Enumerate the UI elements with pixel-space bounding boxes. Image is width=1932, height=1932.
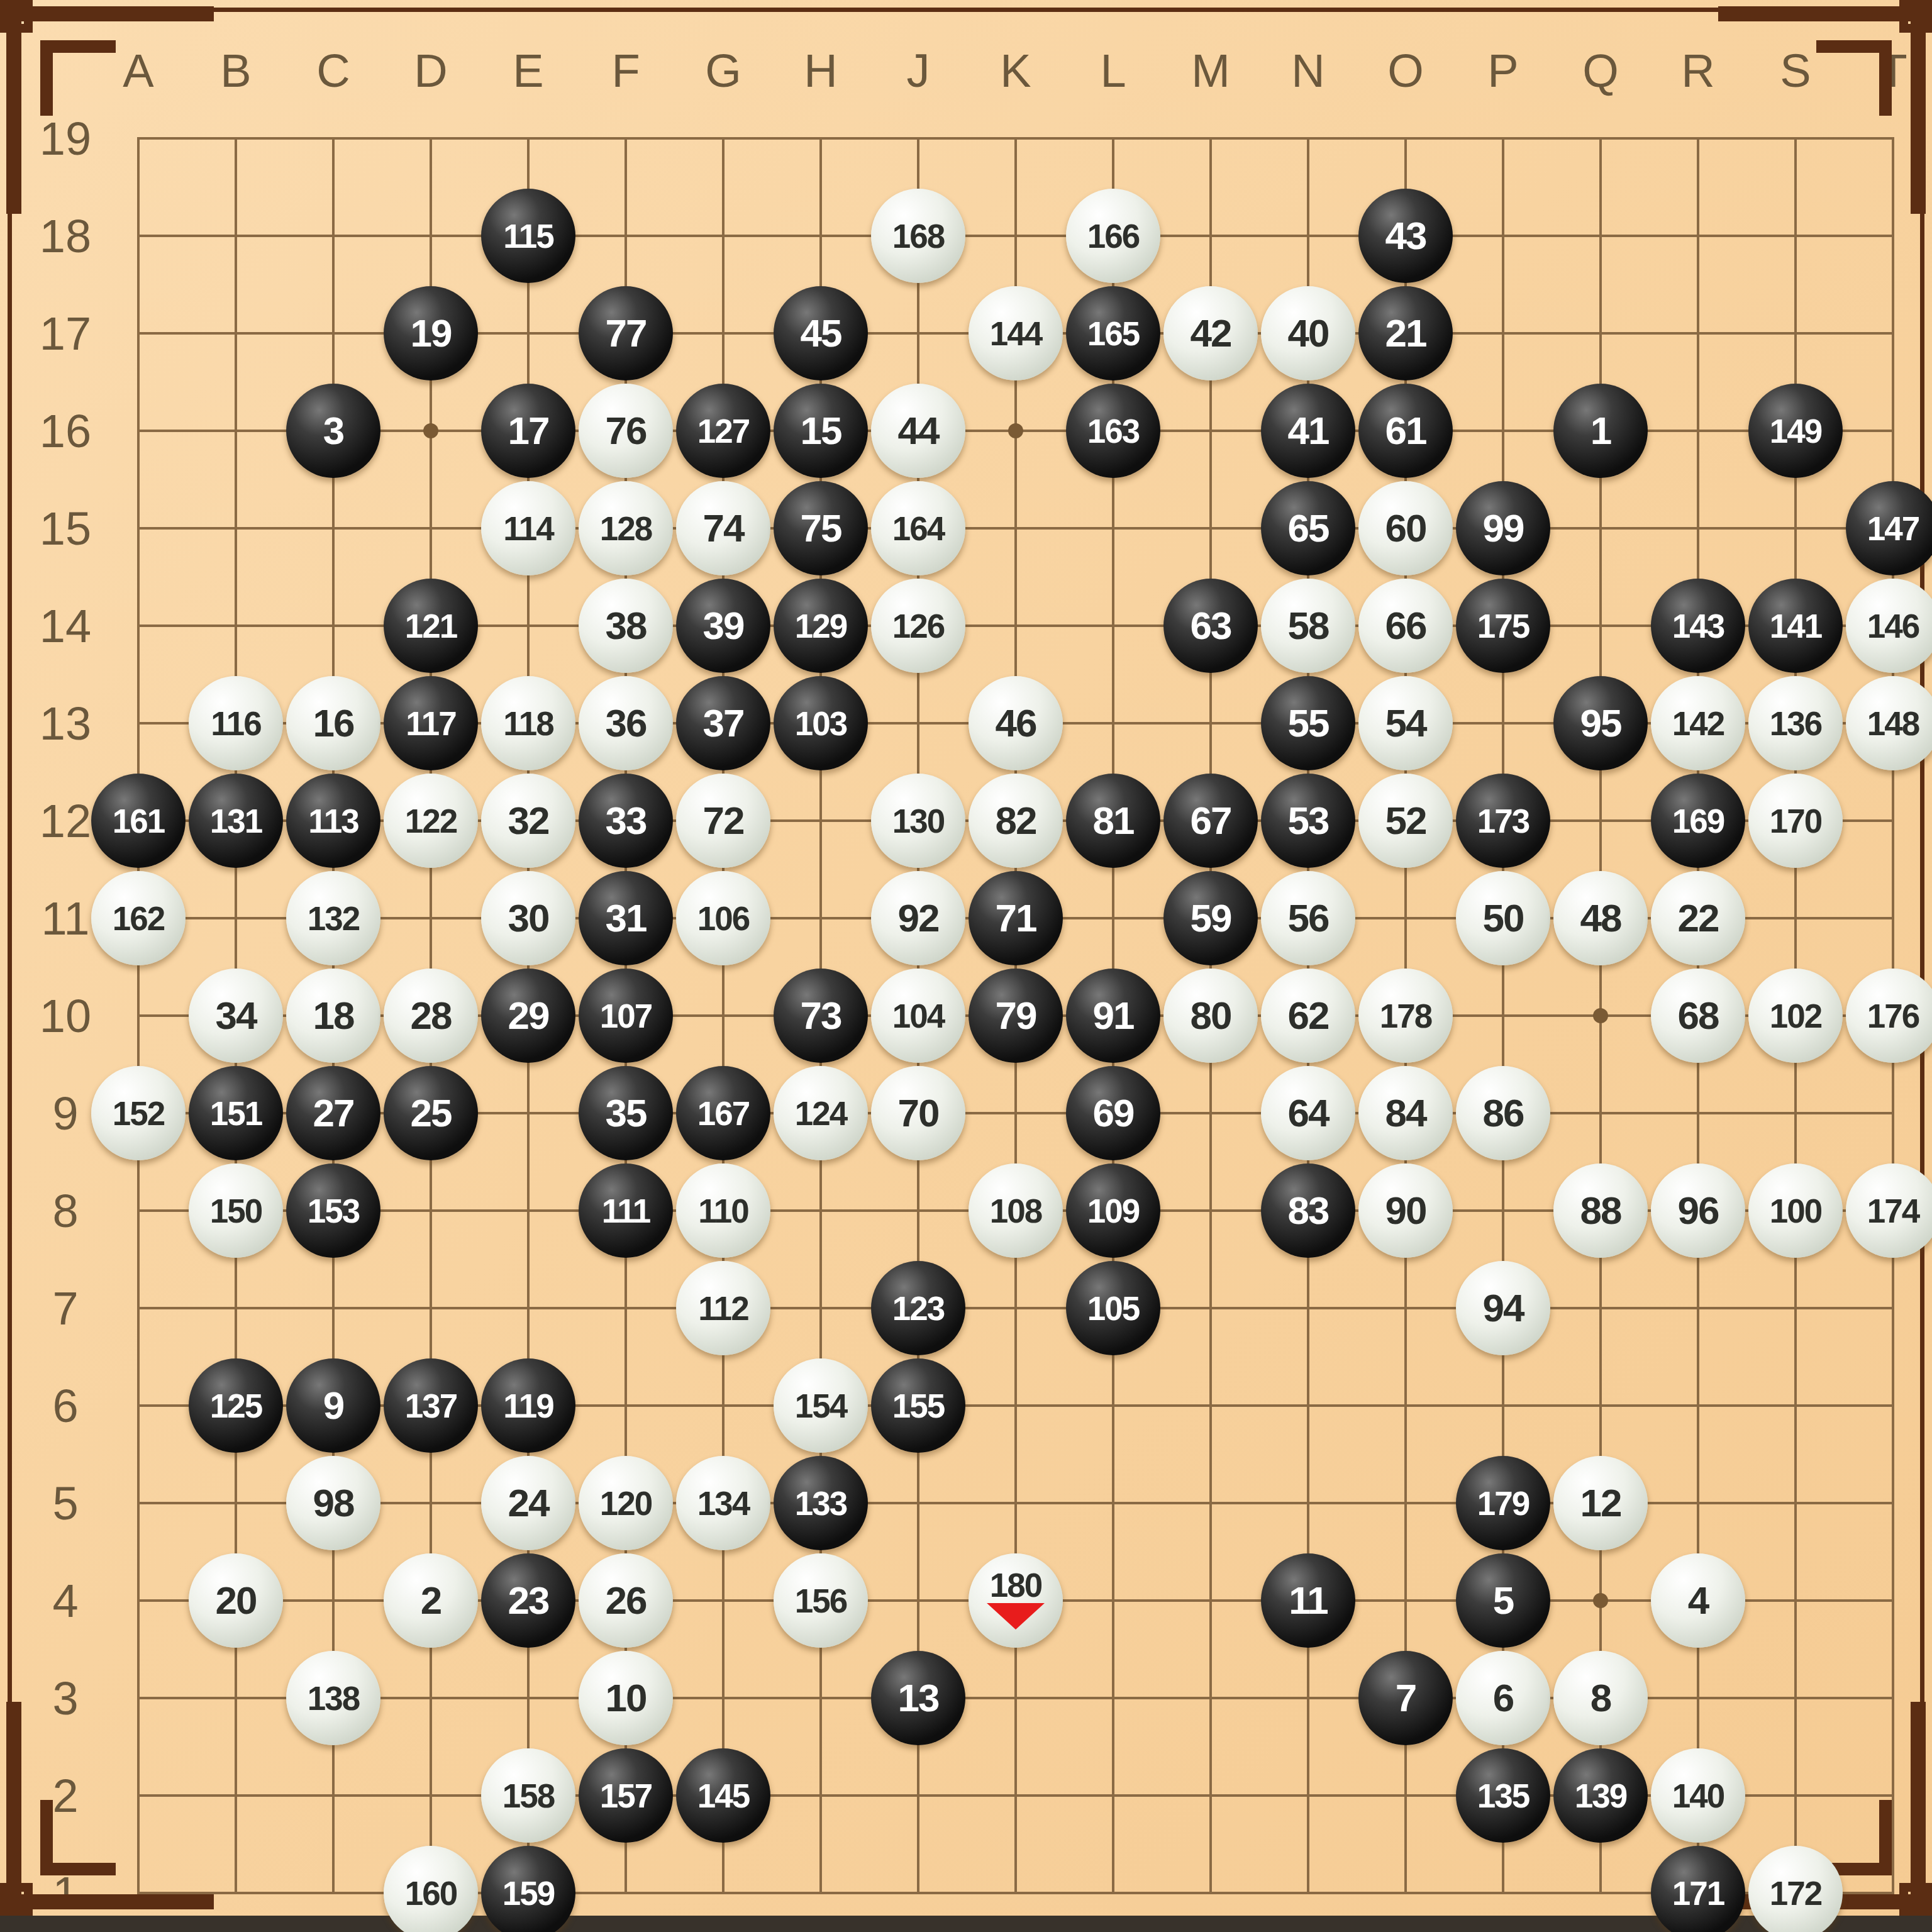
row-label: 2	[52, 1769, 78, 1823]
white-stone-J15: 164	[871, 481, 965, 575]
black-stone-P5: 179	[1456, 1456, 1550, 1550]
move-number: 2	[421, 1581, 441, 1620]
row-label: 5	[52, 1477, 78, 1530]
move-number: 21	[1385, 314, 1426, 353]
move-number: 160	[405, 1877, 457, 1910]
column-label: S	[1780, 44, 1811, 97]
black-stone-P14: 175	[1456, 579, 1550, 673]
white-stone-R8: 96	[1651, 1163, 1745, 1258]
white-stone-A9: 152	[91, 1066, 186, 1160]
black-stone-F11: 31	[579, 871, 673, 965]
black-stone-O18: 43	[1358, 189, 1453, 283]
column-label: O	[1387, 44, 1424, 97]
black-stone-F17: 77	[579, 286, 673, 380]
row-label: 4	[52, 1574, 78, 1628]
black-stone-E16: 17	[481, 384, 575, 478]
white-stone-G8: 110	[676, 1163, 770, 1258]
move-number: 150	[210, 1194, 262, 1228]
star-point	[1008, 423, 1023, 438]
move-number: 94	[1483, 1289, 1524, 1328]
move-number: 8	[1591, 1679, 1611, 1718]
move-number: 39	[703, 606, 744, 645]
row-label: 19	[40, 112, 91, 165]
white-stone-G7: 112	[676, 1261, 770, 1355]
move-number: 138	[308, 1682, 359, 1715]
move-number: 37	[703, 704, 744, 743]
move-number: 17	[508, 411, 549, 450]
column-label: M	[1191, 44, 1230, 97]
column-label: B	[220, 44, 251, 97]
white-stone-P3: 6	[1456, 1651, 1550, 1745]
star-point	[1593, 1593, 1608, 1608]
move-number: 180	[990, 1568, 1041, 1602]
move-number: 143	[1672, 609, 1724, 643]
column-label: F	[611, 44, 640, 97]
white-stone-N11: 56	[1261, 871, 1355, 965]
move-number: 134	[697, 1487, 749, 1520]
column-label: C	[316, 44, 350, 97]
black-stone-D6: 137	[384, 1358, 478, 1453]
move-number: 61	[1385, 411, 1426, 450]
move-number: 107	[600, 999, 652, 1033]
move-number: 105	[1087, 1292, 1139, 1325]
move-number: 159	[502, 1877, 554, 1910]
move-number: 29	[508, 996, 549, 1035]
white-stone-R4: 4	[1651, 1553, 1745, 1648]
black-stone-C8: 153	[286, 1163, 380, 1258]
move-number: 68	[1678, 996, 1719, 1035]
move-number: 7	[1396, 1679, 1416, 1718]
black-stone-P2: 135	[1456, 1748, 1550, 1843]
black-stone-P15: 99	[1456, 481, 1550, 575]
move-number: 141	[1770, 609, 1821, 643]
black-stone-Q2: 139	[1553, 1748, 1648, 1843]
move-number: 86	[1483, 1094, 1524, 1133]
black-stone-N12: 53	[1261, 774, 1355, 868]
move-number: 5	[1493, 1581, 1513, 1620]
move-number: 161	[113, 804, 164, 838]
move-number: 148	[1867, 707, 1919, 740]
move-number: 63	[1191, 606, 1231, 645]
move-number: 77	[606, 314, 647, 353]
move-number: 84	[1385, 1094, 1426, 1133]
move-number: 113	[308, 804, 358, 838]
row-label: 3	[52, 1672, 78, 1725]
white-stone-B8: 150	[189, 1163, 283, 1258]
move-number: 73	[801, 996, 841, 1035]
move-number: 66	[1385, 606, 1426, 645]
move-number: 30	[508, 899, 549, 938]
white-stone-R10: 68	[1651, 969, 1745, 1063]
white-stone-R11: 22	[1651, 871, 1745, 965]
black-stone-C9: 27	[286, 1066, 380, 1160]
black-stone-O16: 61	[1358, 384, 1453, 478]
move-number: 67	[1191, 801, 1231, 840]
row-label: 9	[52, 1087, 78, 1140]
black-stone-D9: 25	[384, 1066, 478, 1160]
move-number: 157	[600, 1779, 652, 1813]
black-stone-E6: 119	[481, 1358, 575, 1453]
move-number: 53	[1288, 801, 1329, 840]
white-stone-T8: 174	[1846, 1163, 1932, 1258]
move-number: 83	[1288, 1191, 1329, 1230]
white-stone-B10: 34	[189, 969, 283, 1063]
black-stone-H15: 75	[774, 481, 868, 575]
white-stone-R13: 142	[1651, 676, 1745, 770]
black-stone-R1: 171	[1651, 1846, 1745, 1932]
move-number: 70	[898, 1094, 939, 1133]
black-stone-O3: 7	[1358, 1651, 1453, 1745]
move-number: 118	[503, 707, 553, 740]
column-label: G	[705, 44, 741, 97]
black-stone-L8: 109	[1066, 1163, 1160, 1258]
move-number: 59	[1191, 899, 1231, 938]
move-number: 76	[606, 411, 647, 450]
black-stone-H17: 45	[774, 286, 868, 380]
move-number: 165	[1087, 317, 1139, 350]
move-number: 167	[697, 1097, 749, 1130]
move-number: 56	[1288, 899, 1329, 938]
white-stone-Q3: 8	[1553, 1651, 1648, 1745]
white-stone-J10: 104	[871, 969, 965, 1063]
white-stone-Q11: 48	[1553, 871, 1648, 965]
black-stone-T15: 147	[1846, 481, 1932, 575]
column-label: K	[1000, 44, 1031, 97]
bottom-bar	[0, 1916, 1932, 1932]
white-stone-M17: 42	[1163, 286, 1258, 380]
white-stone-F4: 26	[579, 1553, 673, 1648]
move-number: 135	[1477, 1779, 1529, 1813]
black-stone-M11: 59	[1163, 871, 1258, 965]
move-number: 123	[892, 1292, 944, 1325]
move-number: 153	[308, 1194, 359, 1228]
column-label: Q	[1582, 44, 1619, 97]
move-number: 4	[1688, 1581, 1708, 1620]
white-stone-D1: 160	[384, 1846, 478, 1932]
move-number: 128	[600, 512, 652, 545]
white-stone-K12: 82	[969, 774, 1063, 868]
black-stone-G9: 167	[676, 1066, 770, 1160]
move-number: 139	[1575, 1779, 1626, 1813]
white-stone-G5: 134	[676, 1456, 770, 1550]
white-stone-K17: 144	[969, 286, 1063, 380]
move-number: 6	[1493, 1679, 1513, 1718]
move-number: 82	[996, 801, 1036, 840]
white-stone-T14: 146	[1846, 579, 1932, 673]
row-label: 8	[52, 1184, 78, 1238]
move-number: 72	[703, 801, 744, 840]
black-stone-P4: 5	[1456, 1553, 1550, 1648]
white-stone-S10: 102	[1748, 969, 1843, 1063]
white-stone-N17: 40	[1261, 286, 1355, 380]
move-number: 19	[411, 314, 452, 353]
white-stone-J18: 168	[871, 189, 965, 283]
go-game-screen: ABCDEFGHJKLMNOPQRST191817161514131211109…	[0, 0, 1932, 1932]
white-stone-A11: 162	[91, 871, 186, 965]
white-stone-K13: 46	[969, 676, 1063, 770]
move-number: 3	[323, 411, 343, 450]
white-stone-F5: 120	[579, 1456, 673, 1550]
move-number: 81	[1093, 801, 1134, 840]
white-stone-F15: 128	[579, 481, 673, 575]
last-move-marker	[987, 1603, 1045, 1629]
white-stone-J16: 44	[871, 384, 965, 478]
black-stone-B6: 125	[189, 1358, 283, 1453]
move-number: 142	[1672, 707, 1724, 740]
white-stone-N9: 64	[1261, 1066, 1355, 1160]
white-stone-S12: 170	[1748, 774, 1843, 868]
row-label: 15	[40, 502, 91, 555]
black-stone-S16: 149	[1748, 384, 1843, 478]
move-number: 110	[698, 1194, 748, 1228]
move-number: 41	[1288, 411, 1329, 450]
white-stone-O14: 66	[1358, 579, 1453, 673]
black-stone-G16: 127	[676, 384, 770, 478]
move-number: 80	[1191, 996, 1231, 1035]
black-stone-N15: 65	[1261, 481, 1355, 575]
column-label: A	[123, 44, 153, 97]
move-number: 155	[892, 1389, 944, 1423]
move-number: 115	[503, 219, 553, 253]
move-number: 179	[1477, 1487, 1529, 1520]
white-stone-F3: 10	[579, 1651, 673, 1745]
row-label: 12	[40, 794, 91, 848]
move-number: 120	[600, 1487, 652, 1520]
move-number: 121	[405, 609, 457, 643]
move-number: 10	[606, 1679, 647, 1718]
white-stone-B4: 20	[189, 1553, 283, 1648]
move-number: 104	[892, 999, 944, 1033]
move-number: 9	[323, 1386, 343, 1425]
star-point	[423, 423, 438, 438]
move-number: 176	[1867, 999, 1919, 1033]
move-number: 45	[801, 314, 841, 353]
white-stone-S8: 100	[1748, 1163, 1843, 1258]
black-stone-L12: 81	[1066, 774, 1160, 868]
move-number: 114	[503, 512, 553, 545]
black-stone-H13: 103	[774, 676, 868, 770]
white-stone-J9: 70	[871, 1066, 965, 1160]
white-stone-K8: 108	[969, 1163, 1063, 1258]
black-stone-G14: 39	[676, 579, 770, 673]
white-stone-H4: 156	[774, 1553, 868, 1648]
white-stone-C10: 18	[286, 969, 380, 1063]
white-stone-D12: 122	[384, 774, 478, 868]
white-stone-C11: 132	[286, 871, 380, 965]
black-stone-H5: 133	[774, 1456, 868, 1550]
move-number: 69	[1093, 1094, 1134, 1133]
white-stone-M10: 80	[1163, 969, 1258, 1063]
white-stone-S1: 172	[1748, 1846, 1843, 1932]
row-label: 14	[40, 599, 91, 653]
move-number: 26	[606, 1581, 647, 1620]
black-stone-R12: 169	[1651, 774, 1745, 868]
move-number: 15	[801, 411, 841, 450]
move-number: 16	[313, 704, 354, 743]
white-stone-R2: 140	[1651, 1748, 1745, 1843]
black-stone-Q13: 95	[1553, 676, 1648, 770]
white-stone-P11: 50	[1456, 871, 1550, 965]
move-number: 116	[211, 707, 261, 740]
move-number: 152	[113, 1097, 164, 1130]
move-number: 64	[1288, 1094, 1329, 1133]
move-number: 174	[1867, 1194, 1919, 1228]
move-number: 50	[1483, 899, 1524, 938]
move-number: 42	[1191, 314, 1231, 353]
column-label: D	[414, 44, 447, 97]
column-label: P	[1487, 44, 1518, 97]
white-stone-O9: 84	[1358, 1066, 1453, 1160]
move-number: 48	[1580, 899, 1621, 938]
move-number: 112	[698, 1292, 748, 1325]
white-stone-E13: 118	[481, 676, 575, 770]
white-stone-E12: 32	[481, 774, 575, 868]
move-number: 132	[308, 902, 359, 935]
move-number: 27	[313, 1094, 354, 1133]
black-stone-D13: 117	[384, 676, 478, 770]
move-number: 23	[508, 1581, 549, 1620]
white-stone-T13: 148	[1846, 676, 1932, 770]
move-number: 136	[1770, 707, 1821, 740]
black-stone-K10: 79	[969, 969, 1063, 1063]
move-number: 75	[801, 509, 841, 548]
white-stone-H6: 154	[774, 1358, 868, 1453]
white-stone-G11: 106	[676, 871, 770, 965]
move-number: 54	[1385, 704, 1426, 743]
black-stone-C16: 3	[286, 384, 380, 478]
move-number: 163	[1087, 414, 1139, 448]
move-number: 171	[1672, 1877, 1724, 1910]
black-stone-M12: 67	[1163, 774, 1258, 868]
move-number: 164	[892, 512, 944, 545]
white-stone-O13: 54	[1358, 676, 1453, 770]
black-stone-N16: 41	[1261, 384, 1355, 478]
white-stone-J12: 130	[871, 774, 965, 868]
black-stone-H16: 15	[774, 384, 868, 478]
move-number: 126	[892, 609, 944, 643]
black-stone-R14: 143	[1651, 579, 1745, 673]
move-number: 109	[1087, 1194, 1139, 1228]
move-number: 74	[703, 509, 744, 548]
move-number: 173	[1477, 804, 1529, 838]
move-number: 129	[795, 609, 847, 643]
row-label: 1	[52, 1867, 78, 1920]
black-stone-J7: 123	[871, 1261, 965, 1355]
black-stone-J3: 13	[871, 1651, 965, 1745]
move-number: 125	[210, 1389, 262, 1423]
move-number: 36	[606, 704, 647, 743]
black-stone-C12: 113	[286, 774, 380, 868]
column-label: J	[907, 44, 930, 97]
move-number: 44	[898, 411, 939, 450]
black-stone-A12: 161	[91, 774, 186, 868]
column-label: N	[1291, 44, 1324, 97]
black-stone-F10: 107	[579, 969, 673, 1063]
white-stone-D4: 2	[384, 1553, 478, 1648]
move-number: 146	[1867, 609, 1919, 643]
move-number: 38	[606, 606, 647, 645]
move-number: 79	[996, 996, 1036, 1035]
move-number: 43	[1385, 216, 1426, 255]
move-number: 137	[405, 1389, 457, 1423]
move-number: 34	[216, 996, 257, 1035]
black-stone-G2: 145	[676, 1748, 770, 1843]
black-stone-P12: 173	[1456, 774, 1550, 868]
white-stone-S13: 136	[1748, 676, 1843, 770]
move-number: 40	[1288, 314, 1329, 353]
move-number: 162	[113, 902, 164, 935]
column-label: H	[804, 44, 837, 97]
move-number: 178	[1380, 999, 1431, 1033]
move-number: 140	[1672, 1779, 1724, 1813]
white-stone-Q8: 88	[1553, 1163, 1648, 1258]
white-stone-O10: 178	[1358, 969, 1453, 1063]
black-stone-F8: 111	[579, 1163, 673, 1258]
black-stone-L17: 165	[1066, 286, 1160, 380]
move-number: 28	[411, 996, 452, 1035]
move-number: 12	[1580, 1484, 1621, 1523]
move-number: 24	[508, 1484, 549, 1523]
column-label: R	[1681, 44, 1714, 97]
move-number: 13	[898, 1679, 939, 1718]
white-stone-T10: 176	[1846, 969, 1932, 1063]
move-number: 156	[795, 1584, 847, 1618]
star-point	[1593, 1008, 1608, 1023]
black-stone-N13: 55	[1261, 676, 1355, 770]
row-label: 11	[42, 892, 90, 945]
black-stone-C6: 9	[286, 1358, 380, 1453]
white-stone-C3: 138	[286, 1651, 380, 1745]
move-number: 32	[508, 801, 549, 840]
move-number: 62	[1288, 996, 1329, 1035]
white-stone-H9: 124	[774, 1066, 868, 1160]
white-stone-B13: 116	[189, 676, 283, 770]
move-number: 122	[405, 804, 457, 838]
black-stone-B12: 131	[189, 774, 283, 868]
black-stone-G13: 37	[676, 676, 770, 770]
column-label: E	[513, 44, 543, 97]
white-stone-F13: 36	[579, 676, 673, 770]
black-stone-L16: 163	[1066, 384, 1160, 478]
move-number: 158	[502, 1779, 554, 1813]
white-stone-J11: 92	[871, 871, 965, 965]
white-stone-D10: 28	[384, 969, 478, 1063]
move-number: 98	[313, 1484, 354, 1523]
black-stone-F12: 33	[579, 774, 673, 868]
white-stone-O8: 90	[1358, 1163, 1453, 1258]
white-stone-N14: 58	[1261, 579, 1355, 673]
white-stone-C13: 16	[286, 676, 380, 770]
move-number: 52	[1385, 801, 1426, 840]
black-stone-E18: 115	[481, 189, 575, 283]
move-number: 46	[996, 704, 1036, 743]
black-stone-H10: 73	[774, 969, 868, 1063]
white-stone-E11: 30	[481, 871, 575, 965]
column-label: L	[1100, 44, 1126, 97]
black-stone-S14: 141	[1748, 579, 1843, 673]
move-number: 144	[990, 317, 1041, 350]
black-stone-L7: 105	[1066, 1261, 1160, 1355]
black-stone-K11: 71	[969, 871, 1063, 965]
black-stone-E10: 29	[481, 969, 575, 1063]
white-stone-O15: 60	[1358, 481, 1453, 575]
move-number: 11	[1289, 1581, 1328, 1620]
move-number: 35	[606, 1094, 647, 1133]
move-number: 91	[1093, 996, 1134, 1035]
move-number: 127	[697, 414, 749, 448]
white-stone-E5: 24	[481, 1456, 575, 1550]
move-number: 170	[1770, 804, 1821, 838]
